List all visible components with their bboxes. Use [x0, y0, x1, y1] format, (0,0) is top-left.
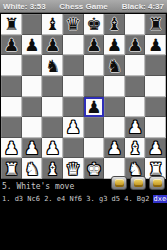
square-d5[interactable]: [63, 76, 84, 97]
square-c8[interactable]: ♝: [42, 14, 63, 35]
square-e4[interactable]: ♟: [84, 97, 105, 118]
square-e6[interactable]: [84, 55, 105, 76]
white-pawn: ♟: [24, 138, 39, 158]
white-clock: White: 3:53: [3, 2, 46, 11]
white-bishop: ♝: [45, 159, 60, 179]
white-bishop: ♝: [127, 138, 142, 158]
square-h8[interactable]: ♜: [145, 14, 166, 35]
square-c6[interactable]: ♞: [42, 55, 63, 76]
square-c2[interactable]: ♟: [42, 138, 63, 159]
square-e5[interactable]: [84, 76, 105, 97]
square-b8[interactable]: [22, 14, 43, 35]
square-a1[interactable]: ♜: [1, 158, 22, 179]
square-b1[interactable]: ♞: [22, 158, 43, 179]
nav-buttons: [111, 176, 165, 190]
black-rook: ♜: [4, 14, 19, 34]
square-h3[interactable]: [145, 117, 166, 138]
square-a7[interactable]: ♟: [1, 35, 22, 56]
square-e1[interactable]: ♚: [84, 158, 105, 179]
square-a8[interactable]: ♜: [1, 14, 22, 35]
black-pawn: ♟: [127, 35, 142, 55]
gold-panel-icon: [134, 179, 143, 187]
black-bishop: ♝: [45, 14, 60, 34]
white-rook: ♜: [4, 159, 19, 179]
white-king: ♚: [86, 159, 101, 179]
selected-move[interactable]: dxe4: [153, 195, 167, 203]
square-d2[interactable]: [63, 138, 84, 159]
black-pawn: ♟: [24, 35, 39, 55]
square-b4[interactable]: [22, 97, 43, 118]
white-pawn: ♟: [45, 138, 60, 158]
white-pawn: ♟: [148, 138, 163, 158]
square-h4[interactable]: [145, 97, 166, 118]
square-a4[interactable]: [1, 97, 22, 118]
black-rook: ♜: [148, 14, 163, 34]
square-d1[interactable]: ♛: [63, 158, 84, 179]
square-d4[interactable]: [63, 97, 84, 118]
square-c7[interactable]: ♟: [42, 35, 63, 56]
square-c1[interactable]: ♝: [42, 158, 63, 179]
square-h7[interactable]: ♟: [145, 35, 166, 56]
black-pawn: ♟: [86, 97, 101, 117]
black-bishop: ♝: [107, 14, 122, 34]
square-e8[interactable]: ♚: [84, 14, 105, 35]
black-knight: ♞: [45, 56, 60, 76]
square-b6[interactable]: [22, 55, 43, 76]
square-f4[interactable]: [104, 97, 125, 118]
square-g7[interactable]: ♟: [125, 35, 146, 56]
square-c3[interactable]: [42, 117, 63, 138]
square-e7[interactable]: ♟: [84, 35, 105, 56]
nav-button-3[interactable]: [149, 176, 165, 190]
chess-board[interactable]: ♜♝♛♚♝♜♟♟♟♟♟♟♟♞♞♟♟♟♟♟♟♟♝♟♜♞♝♛♚♞♜: [0, 13, 167, 180]
black-pawn: ♟: [148, 35, 163, 55]
square-c4[interactable]: [42, 97, 63, 118]
move-list[interactable]: 1. d3 Nc6 2. e4 Nf6 3. g3 d5 4. Bg2dxe4*: [0, 195, 167, 203]
square-g2[interactable]: ♝: [125, 138, 146, 159]
black-pawn: ♟: [4, 35, 19, 55]
gold-panel-icon: [115, 179, 124, 187]
nav-button-2[interactable]: [130, 176, 146, 190]
square-a5[interactable]: [1, 76, 22, 97]
black-queen: ♛: [66, 14, 81, 34]
square-d7[interactable]: [63, 35, 84, 56]
square-h5[interactable]: [145, 76, 166, 97]
chess-app-screen: White: 3:53 Chess Game Black: 4:37 ♜♝♛♚♝…: [0, 0, 167, 250]
square-d3[interactable]: ♟: [63, 117, 84, 138]
square-e3[interactable]: [84, 117, 105, 138]
square-b3[interactable]: [22, 117, 43, 138]
square-f7[interactable]: ♟: [104, 35, 125, 56]
white-knight: ♞: [24, 159, 39, 179]
black-pawn: ♟: [45, 35, 60, 55]
square-d8[interactable]: ♛: [63, 14, 84, 35]
square-a2[interactable]: ♟: [1, 138, 22, 159]
square-f5[interactable]: [104, 76, 125, 97]
white-pawn: ♟: [127, 117, 142, 137]
square-b7[interactable]: ♟: [22, 35, 43, 56]
title-bar: White: 3:53 Chess Game Black: 4:37: [0, 0, 167, 13]
square-f8[interactable]: ♝: [104, 14, 125, 35]
square-a6[interactable]: [1, 55, 22, 76]
white-pawn: ♟: [66, 117, 81, 137]
square-e2[interactable]: [84, 138, 105, 159]
square-b2[interactable]: ♟: [22, 138, 43, 159]
square-a3[interactable]: [1, 117, 22, 138]
square-b5[interactable]: [22, 76, 43, 97]
nav-button-1[interactable]: [111, 176, 127, 190]
black-pawn: ♟: [86, 35, 101, 55]
white-pawn: ♟: [107, 138, 122, 158]
square-c5[interactable]: [42, 76, 63, 97]
square-g3[interactable]: ♟: [125, 117, 146, 138]
square-g5[interactable]: [125, 76, 146, 97]
square-f3[interactable]: [104, 117, 125, 138]
white-pawn: ♟: [4, 138, 19, 158]
black-knight: ♞: [107, 56, 122, 76]
gold-panel-icon: [153, 179, 162, 187]
square-h2[interactable]: ♟: [145, 138, 166, 159]
square-d6[interactable]: [63, 55, 84, 76]
square-f2[interactable]: ♟: [104, 138, 125, 159]
black-clock: Black: 4:37: [122, 2, 164, 11]
square-g6[interactable]: [125, 55, 146, 76]
move-list-text[interactable]: 1. d3 Nc6 2. e4 Nf6 3. g3 d5 4. Bg2: [2, 195, 150, 203]
square-f6[interactable]: ♞: [104, 55, 125, 76]
square-g4[interactable]: [125, 97, 146, 118]
white-queen: ♛: [66, 159, 81, 179]
square-h6[interactable]: [145, 55, 166, 76]
black-pawn: ♟: [107, 35, 122, 55]
black-king: ♚: [86, 14, 101, 34]
square-g8[interactable]: [125, 14, 146, 35]
